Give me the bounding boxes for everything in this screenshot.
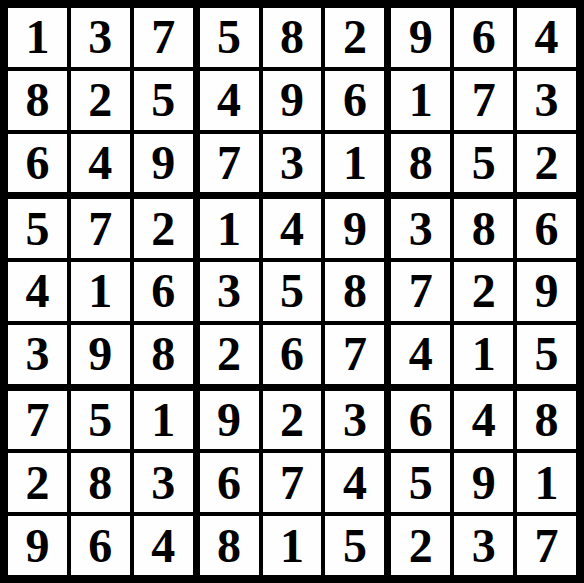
cell-r1c2[interactable]: 3 — [71, 8, 130, 67]
cell-r8c8[interactable]: 9 — [454, 453, 513, 512]
cell-r8c6[interactable]: 4 — [325, 453, 384, 512]
cell-r5c4[interactable]: 3 — [200, 262, 259, 321]
cell-r2c6[interactable]: 6 — [325, 71, 384, 130]
cell-r4c9[interactable]: 6 — [517, 199, 576, 258]
cell-r6c8[interactable]: 1 — [454, 325, 513, 384]
cell-r7c2[interactable]: 5 — [71, 391, 130, 450]
cell-r3c8[interactable]: 5 — [454, 134, 513, 193]
cell-r8c3[interactable]: 3 — [134, 453, 193, 512]
cell-r2c2[interactable]: 2 — [71, 71, 130, 130]
cell-r5c9[interactable]: 9 — [517, 262, 576, 321]
cell-r4c7[interactable]: 3 — [391, 199, 450, 258]
sudoku-box-4: 572416398 — [8, 199, 193, 383]
cell-r3c1[interactable]: 6 — [8, 134, 67, 193]
sudoku-box-2: 582496731 — [200, 8, 385, 192]
cell-r1c1[interactable]: 1 — [8, 8, 67, 67]
sudoku-box-6: 386729415 — [391, 199, 576, 383]
cell-r3c9[interactable]: 2 — [517, 134, 576, 193]
cell-r3c6[interactable]: 1 — [325, 134, 384, 193]
cell-r4c1[interactable]: 5 — [8, 199, 67, 258]
cell-r1c3[interactable]: 7 — [134, 8, 193, 67]
cell-r5c2[interactable]: 1 — [71, 262, 130, 321]
cell-r4c8[interactable]: 8 — [454, 199, 513, 258]
cell-r8c4[interactable]: 6 — [200, 453, 259, 512]
sudoku-board: 1378256495824967319641738525724163981493… — [0, 0, 584, 583]
sudoku-box-1: 137825649 — [8, 8, 193, 192]
cell-r9c8[interactable]: 3 — [454, 516, 513, 575]
cell-r7c5[interactable]: 2 — [263, 391, 322, 450]
cell-r3c5[interactable]: 3 — [263, 134, 322, 193]
cell-r3c3[interactable]: 9 — [134, 134, 193, 193]
cell-r8c7[interactable]: 5 — [391, 453, 450, 512]
cell-r2c5[interactable]: 9 — [263, 71, 322, 130]
sudoku-box-7: 751283964 — [8, 391, 193, 575]
cell-r2c4[interactable]: 4 — [200, 71, 259, 130]
cell-r2c8[interactable]: 7 — [454, 71, 513, 130]
cell-r5c5[interactable]: 5 — [263, 262, 322, 321]
cell-r7c7[interactable]: 6 — [391, 391, 450, 450]
cell-r6c5[interactable]: 6 — [263, 325, 322, 384]
cell-r4c6[interactable]: 9 — [325, 199, 384, 258]
cell-r5c8[interactable]: 2 — [454, 262, 513, 321]
sudoku-box-9: 648591237 — [391, 391, 576, 575]
cell-r2c7[interactable]: 1 — [391, 71, 450, 130]
sudoku-box-8: 923674815 — [200, 391, 385, 575]
cell-r6c4[interactable]: 2 — [200, 325, 259, 384]
cell-r4c2[interactable]: 7 — [71, 199, 130, 258]
cell-r9c7[interactable]: 2 — [391, 516, 450, 575]
cell-r9c2[interactable]: 6 — [71, 516, 130, 575]
cell-r9c5[interactable]: 1 — [263, 516, 322, 575]
cell-r7c6[interactable]: 3 — [325, 391, 384, 450]
cell-r6c7[interactable]: 4 — [391, 325, 450, 384]
cell-r4c4[interactable]: 1 — [200, 199, 259, 258]
cell-r6c6[interactable]: 7 — [325, 325, 384, 384]
cell-r4c3[interactable]: 2 — [134, 199, 193, 258]
cell-r5c6[interactable]: 8 — [325, 262, 384, 321]
cell-r4c5[interactable]: 4 — [263, 199, 322, 258]
cell-r9c3[interactable]: 4 — [134, 516, 193, 575]
cell-r9c6[interactable]: 5 — [325, 516, 384, 575]
cell-r6c1[interactable]: 3 — [8, 325, 67, 384]
cell-r1c6[interactable]: 2 — [325, 8, 384, 67]
cell-r5c7[interactable]: 7 — [391, 262, 450, 321]
cell-r7c4[interactable]: 9 — [200, 391, 259, 450]
cell-r9c4[interactable]: 8 — [200, 516, 259, 575]
cell-r6c9[interactable]: 5 — [517, 325, 576, 384]
cell-r1c8[interactable]: 6 — [454, 8, 513, 67]
cell-r7c8[interactable]: 4 — [454, 391, 513, 450]
cell-r7c3[interactable]: 1 — [134, 391, 193, 450]
cell-r1c7[interactable]: 9 — [391, 8, 450, 67]
cell-r8c5[interactable]: 7 — [263, 453, 322, 512]
cell-r9c1[interactable]: 9 — [8, 516, 67, 575]
cell-r8c1[interactable]: 2 — [8, 453, 67, 512]
cell-r8c9[interactable]: 1 — [517, 453, 576, 512]
cell-r3c7[interactable]: 8 — [391, 134, 450, 193]
cell-r2c9[interactable]: 3 — [517, 71, 576, 130]
cell-r7c9[interactable]: 8 — [517, 391, 576, 450]
cell-r1c9[interactable]: 4 — [517, 8, 576, 67]
cell-r1c5[interactable]: 8 — [263, 8, 322, 67]
cell-r3c4[interactable]: 7 — [200, 134, 259, 193]
cell-r6c3[interactable]: 8 — [134, 325, 193, 384]
cell-r1c4[interactable]: 5 — [200, 8, 259, 67]
cell-r6c2[interactable]: 9 — [71, 325, 130, 384]
cell-r3c2[interactable]: 4 — [71, 134, 130, 193]
cell-r9c9[interactable]: 7 — [517, 516, 576, 575]
cell-r2c3[interactable]: 5 — [134, 71, 193, 130]
cell-r5c3[interactable]: 6 — [134, 262, 193, 321]
cell-r2c1[interactable]: 8 — [8, 71, 67, 130]
cell-r8c2[interactable]: 8 — [71, 453, 130, 512]
cell-r7c1[interactable]: 7 — [8, 391, 67, 450]
cell-r5c1[interactable]: 4 — [8, 262, 67, 321]
sudoku-box-5: 149358267 — [200, 199, 385, 383]
sudoku-box-3: 964173852 — [391, 8, 576, 192]
